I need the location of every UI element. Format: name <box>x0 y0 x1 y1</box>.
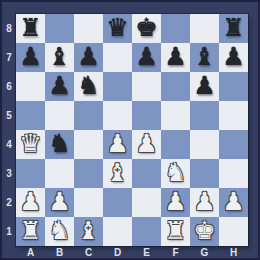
square-g5[interactable] <box>190 101 219 130</box>
file-label-a: A <box>16 246 45 259</box>
rank-labels: 87654321 <box>2 14 16 246</box>
square-e8[interactable]: ♚ <box>132 14 161 43</box>
piece-black-pawn-a7[interactable]: ♟ <box>19 44 41 69</box>
file-label-h: H <box>219 246 248 259</box>
square-b3[interactable] <box>45 159 74 188</box>
square-h7[interactable]: ♟ <box>219 43 248 72</box>
piece-white-bishop-c1[interactable]: ♝ <box>77 218 99 243</box>
piece-black-pawn-b6[interactable]: ♟ <box>48 73 70 98</box>
square-c3[interactable] <box>74 159 103 188</box>
square-b8[interactable] <box>45 14 74 43</box>
square-d4[interactable]: ♟ <box>103 130 132 159</box>
rank-label-1: 1 <box>2 217 16 246</box>
square-h6[interactable] <box>219 72 248 101</box>
square-f4[interactable] <box>161 130 190 159</box>
piece-black-bishop-g7[interactable]: ♝ <box>193 44 215 69</box>
piece-white-rook-a1[interactable]: ♜ <box>19 218 41 243</box>
square-d6[interactable] <box>103 72 132 101</box>
square-a5[interactable] <box>16 101 45 130</box>
square-g6[interactable]: ♟ <box>190 72 219 101</box>
square-b1[interactable]: ♞ <box>45 217 74 246</box>
file-labels: ABCDEFGH <box>16 246 248 259</box>
square-g3[interactable] <box>190 159 219 188</box>
file-label-d: D <box>103 246 132 259</box>
square-a7[interactable]: ♟ <box>16 43 45 72</box>
square-e5[interactable] <box>132 101 161 130</box>
square-e1[interactable] <box>132 217 161 246</box>
square-f1[interactable]: ♜ <box>161 217 190 246</box>
square-h1[interactable] <box>219 217 248 246</box>
piece-white-pawn-b2[interactable]: ♟ <box>48 189 70 214</box>
square-g8[interactable] <box>190 14 219 43</box>
square-d8[interactable]: ♛ <box>103 14 132 43</box>
square-h8[interactable]: ♜ <box>219 14 248 43</box>
square-e7[interactable]: ♟ <box>132 43 161 72</box>
square-g2[interactable]: ♟ <box>190 188 219 217</box>
square-c1[interactable]: ♝ <box>74 217 103 246</box>
rank-label-7: 7 <box>2 43 16 72</box>
square-h5[interactable] <box>219 101 248 130</box>
piece-black-pawn-h7[interactable]: ♟ <box>222 44 244 69</box>
square-d1[interactable] <box>103 217 132 246</box>
square-h2[interactable]: ♟ <box>219 188 248 217</box>
square-b5[interactable] <box>45 101 74 130</box>
square-g7[interactable]: ♝ <box>190 43 219 72</box>
square-g4[interactable] <box>190 130 219 159</box>
square-c6[interactable]: ♞ <box>74 72 103 101</box>
square-f7[interactable]: ♟ <box>161 43 190 72</box>
rank-label-4: 4 <box>2 130 16 159</box>
piece-white-pawn-e4[interactable]: ♟ <box>135 131 157 156</box>
square-h4[interactable] <box>219 130 248 159</box>
chess-board-app: 87654321 ♜♛♚♜♟♝♟♟♟♝♟♟♞♟♛♞♟♟♝♞♟♟♟♟♟♜♞♝♜♚ … <box>0 0 260 260</box>
square-f8[interactable] <box>161 14 190 43</box>
square-d3[interactable]: ♝ <box>103 159 132 188</box>
square-b2[interactable]: ♟ <box>45 188 74 217</box>
piece-white-pawn-d4[interactable]: ♟ <box>106 131 128 156</box>
square-d2[interactable] <box>103 188 132 217</box>
chess-board: ♜♛♚♜♟♝♟♟♟♝♟♟♞♟♛♞♟♟♝♞♟♟♟♟♟♜♞♝♜♚ <box>16 14 248 246</box>
square-d5[interactable] <box>103 101 132 130</box>
piece-black-rook-a8[interactable]: ♜ <box>19 15 41 40</box>
piece-white-pawn-f2[interactable]: ♟ <box>164 189 186 214</box>
square-g1[interactable]: ♚ <box>190 217 219 246</box>
square-a2[interactable]: ♟ <box>16 188 45 217</box>
square-f3[interactable]: ♞ <box>161 159 190 188</box>
piece-black-pawn-g6[interactable]: ♟ <box>193 73 215 98</box>
square-c7[interactable]: ♟ <box>74 43 103 72</box>
square-c2[interactable] <box>74 188 103 217</box>
rank-label-8: 8 <box>2 14 16 43</box>
square-e3[interactable] <box>132 159 161 188</box>
square-f6[interactable] <box>161 72 190 101</box>
file-label-f: F <box>161 246 190 259</box>
rank-label-5: 5 <box>2 101 16 130</box>
piece-black-knight-c6[interactable]: ♞ <box>77 73 99 98</box>
piece-white-knight-f3[interactable]: ♞ <box>164 160 186 185</box>
piece-white-pawn-g2[interactable]: ♟ <box>193 189 215 214</box>
square-f2[interactable]: ♟ <box>161 188 190 217</box>
piece-white-king-g1[interactable]: ♚ <box>193 218 215 243</box>
piece-black-bishop-b7[interactable]: ♝ <box>48 44 70 69</box>
square-h3[interactable] <box>219 159 248 188</box>
square-a4[interactable]: ♛ <box>16 130 45 159</box>
file-label-e: E <box>132 246 161 259</box>
piece-black-pawn-e7[interactable]: ♟ <box>135 44 157 69</box>
square-e2[interactable] <box>132 188 161 217</box>
square-b4[interactable]: ♞ <box>45 130 74 159</box>
piece-black-rook-h8[interactable]: ♜ <box>222 15 244 40</box>
piece-black-knight-b4[interactable]: ♞ <box>48 131 70 156</box>
piece-black-queen-d8[interactable]: ♛ <box>106 15 128 40</box>
piece-white-pawn-h2[interactable]: ♟ <box>222 189 244 214</box>
rank-label-2: 2 <box>2 188 16 217</box>
square-c8[interactable] <box>74 14 103 43</box>
rank-label-6: 6 <box>2 72 16 101</box>
square-a3[interactable] <box>16 159 45 188</box>
square-c4[interactable] <box>74 130 103 159</box>
piece-black-pawn-f7[interactable]: ♟ <box>164 44 186 69</box>
file-label-c: C <box>74 246 103 259</box>
piece-black-pawn-c7[interactable]: ♟ <box>77 44 99 69</box>
square-a8[interactable]: ♜ <box>16 14 45 43</box>
piece-white-rook-f1[interactable]: ♜ <box>164 218 186 243</box>
piece-black-king-e8[interactable]: ♚ <box>135 15 157 40</box>
piece-white-bishop-d3[interactable]: ♝ <box>106 160 128 185</box>
piece-white-queen-a4[interactable]: ♛ <box>19 131 41 156</box>
square-e6[interactable] <box>132 72 161 101</box>
square-b7[interactable]: ♝ <box>45 43 74 72</box>
square-a6[interactable] <box>16 72 45 101</box>
square-c5[interactable] <box>74 101 103 130</box>
piece-white-knight-b1[interactable]: ♞ <box>48 218 70 243</box>
file-label-g: G <box>190 246 219 259</box>
rank-label-3: 3 <box>2 159 16 188</box>
square-e4[interactable]: ♟ <box>132 130 161 159</box>
square-b6[interactable]: ♟ <box>45 72 74 101</box>
square-a1[interactable]: ♜ <box>16 217 45 246</box>
file-label-b: B <box>45 246 74 259</box>
piece-white-pawn-a2[interactable]: ♟ <box>19 189 41 214</box>
square-d7[interactable] <box>103 43 132 72</box>
square-f5[interactable] <box>161 101 190 130</box>
